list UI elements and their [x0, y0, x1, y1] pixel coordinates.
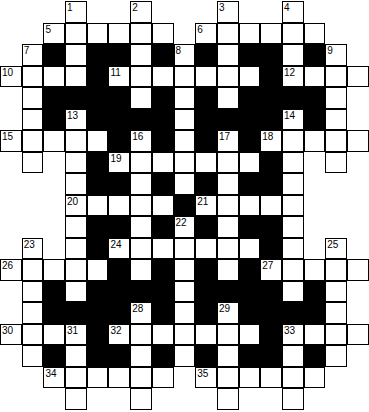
clue-number-28: 28: [132, 303, 143, 315]
black-cell-r7c4: [87, 152, 109, 174]
white-cell-r4c8[interactable]: [174, 87, 196, 109]
white-cell-r6c10[interactable]: 17: [217, 130, 239, 152]
black-cell-r4c5: [108, 87, 130, 109]
white-cell-r13c3[interactable]: [65, 281, 87, 303]
white-cell-r6c0[interactable]: 15: [0, 130, 22, 152]
white-cell-r2c6[interactable]: [130, 44, 152, 66]
white-cell-r15c8[interactable]: [174, 324, 196, 346]
clue-number-29: 29: [219, 303, 230, 315]
outside-area: [152, 1, 174, 23]
outside-area: [22, 367, 44, 389]
white-cell-r18c10[interactable]: [217, 388, 239, 410]
black-cell-r13c11: [239, 281, 261, 303]
white-cell-r17c9[interactable]: 35: [195, 367, 217, 389]
clue-number-15: 15: [2, 131, 13, 143]
clue-number-14: 14: [284, 110, 295, 122]
outside-area: [108, 1, 130, 23]
black-cell-r2c14: [304, 44, 326, 66]
white-cell-r7c15[interactable]: [325, 152, 347, 174]
white-cell-r3c9[interactable]: [195, 66, 217, 88]
outside-area: [304, 152, 326, 174]
white-cell-r3c16[interactable]: [347, 66, 369, 88]
white-cell-r10c10[interactable]: [217, 216, 239, 238]
clue-number-12: 12: [284, 67, 295, 79]
black-cell-r16c7: [152, 345, 174, 367]
white-cell-r4c1[interactable]: [22, 87, 44, 109]
white-cell-r15c7[interactable]: [152, 324, 174, 346]
white-cell-r7c11[interactable]: [239, 152, 261, 174]
white-cell-r12c10[interactable]: [217, 259, 239, 281]
white-cell-r3c6[interactable]: [130, 66, 152, 88]
white-cell-r4c6[interactable]: [130, 87, 152, 109]
black-cell-r8c5: [108, 173, 130, 195]
white-cell-r9c11[interactable]: [239, 195, 261, 217]
black-cell-r5c9: [195, 109, 217, 131]
white-cell-r12c16[interactable]: [347, 259, 369, 281]
white-cell-r11c3[interactable]: [65, 238, 87, 260]
black-cell-r8c11: [239, 173, 261, 195]
white-cell-r17c14[interactable]: [304, 367, 326, 389]
outside-area: [347, 302, 369, 324]
black-cell-r14c5: [108, 302, 130, 324]
white-cell-r15c6[interactable]: [130, 324, 152, 346]
white-cell-r9c12[interactable]: [260, 195, 282, 217]
white-cell-r16c15[interactable]: [325, 345, 347, 367]
white-cell-r17c6[interactable]: [130, 367, 152, 389]
white-cell-r12c15[interactable]: [325, 259, 347, 281]
outside-area: [43, 238, 65, 260]
clue-number-25: 25: [327, 239, 338, 251]
white-cell-r11c5[interactable]: 24: [108, 238, 130, 260]
white-cell-r16c8[interactable]: [174, 345, 196, 367]
white-cell-r3c0[interactable]: 10: [0, 66, 22, 88]
black-cell-r5c12: [260, 109, 282, 131]
black-cell-r10c12: [260, 216, 282, 238]
outside-area: [43, 388, 65, 410]
white-cell-r9c3[interactable]: 20: [65, 195, 87, 217]
outside-area: [347, 345, 369, 367]
black-cell-r12c11: [239, 259, 261, 281]
white-cell-r18c6[interactable]: [130, 388, 152, 410]
outside-area: [347, 195, 369, 217]
black-cell-r6c7: [152, 130, 174, 152]
white-cell-r2c8[interactable]: 8: [174, 44, 196, 66]
white-cell-r12c3[interactable]: [65, 259, 87, 281]
white-cell-r17c5[interactable]: [108, 367, 130, 389]
white-cell-r16c10[interactable]: [217, 345, 239, 367]
white-cell-r14c1[interactable]: [22, 302, 44, 324]
white-cell-r12c8[interactable]: [174, 259, 196, 281]
white-cell-r13c1[interactable]: [22, 281, 44, 303]
white-cell-r1c2[interactable]: 5: [43, 23, 65, 45]
clue-number-24: 24: [110, 239, 121, 251]
outside-area: [195, 388, 217, 410]
white-cell-r18c13[interactable]: [282, 388, 304, 410]
white-cell-r7c10[interactable]: [217, 152, 239, 174]
white-cell-r7c13[interactable]: [282, 152, 304, 174]
outside-area: [174, 23, 196, 45]
white-cell-r6c1[interactable]: [22, 130, 44, 152]
white-cell-r3c7[interactable]: [152, 66, 174, 88]
black-cell-r5c11: [239, 109, 261, 131]
white-cell-r15c16[interactable]: [347, 324, 369, 346]
black-cell-r6c5: [108, 130, 130, 152]
white-cell-r11c10[interactable]: [217, 238, 239, 260]
white-cell-r12c1[interactable]: [22, 259, 44, 281]
white-cell-r2c1[interactable]: 7: [22, 44, 44, 66]
white-cell-r0c13[interactable]: 4: [282, 1, 304, 23]
clue-number-23: 23: [24, 239, 35, 251]
clue-number-3: 3: [219, 2, 225, 14]
clue-number-5: 5: [45, 24, 51, 36]
white-cell-r17c2[interactable]: 34: [43, 367, 65, 389]
clue-number-17: 17: [219, 131, 230, 143]
white-cell-r10c3[interactable]: [65, 216, 87, 238]
black-cell-r4c7: [152, 87, 174, 109]
black-cell-r14c9: [195, 302, 217, 324]
white-cell-r14c10[interactable]: 29: [217, 302, 239, 324]
white-cell-r5c15[interactable]: [325, 109, 347, 131]
clue-number-10: 10: [2, 67, 13, 79]
clue-number-27: 27: [262, 260, 273, 272]
white-cell-r6c13[interactable]: [282, 130, 304, 152]
white-cell-r15c10[interactable]: [217, 324, 239, 346]
black-cell-r16c5: [108, 345, 130, 367]
black-cell-r8c4: [87, 173, 109, 195]
outside-area: [0, 87, 22, 109]
black-cell-r12c9: [195, 259, 217, 281]
outside-area: [87, 388, 109, 410]
outside-area: [325, 1, 347, 23]
black-cell-r7c12: [260, 152, 282, 174]
clue-number-32: 32: [110, 325, 121, 337]
white-cell-r15c5[interactable]: 32: [108, 324, 130, 346]
black-cell-r13c4: [87, 281, 109, 303]
white-cell-r5c8[interactable]: [174, 109, 196, 131]
outside-area: [304, 1, 326, 23]
white-cell-r1c12[interactable]: [260, 23, 282, 45]
white-cell-r8c10[interactable]: [217, 173, 239, 195]
outside-area: [0, 238, 22, 260]
outside-area: [347, 388, 369, 410]
white-cell-r5c1[interactable]: [22, 109, 44, 131]
black-cell-r14c2: [43, 302, 65, 324]
black-cell-r5c6: [130, 109, 152, 131]
white-cell-r6c14[interactable]: [304, 130, 326, 152]
white-cell-r7c8[interactable]: [174, 152, 196, 174]
white-cell-r14c6[interactable]: 28: [130, 302, 152, 324]
white-cell-r12c0[interactable]: 26: [0, 259, 22, 281]
white-cell-r13c15[interactable]: [325, 281, 347, 303]
clue-number-35: 35: [197, 368, 208, 380]
white-cell-r2c3[interactable]: [65, 44, 87, 66]
white-cell-r3c8[interactable]: [174, 66, 196, 88]
outside-area: [22, 1, 44, 23]
white-cell-r1c5[interactable]: [108, 23, 130, 45]
outside-area: [304, 388, 326, 410]
clue-number-19: 19: [110, 153, 121, 165]
black-cell-r4c11: [239, 87, 261, 109]
white-cell-r6c3[interactable]: [65, 130, 87, 152]
white-cell-r15c1[interactable]: [22, 324, 44, 346]
white-cell-r6c12[interactable]: 18: [260, 130, 282, 152]
black-cell-r3c4: [87, 66, 109, 88]
white-cell-r6c16[interactable]: [347, 130, 369, 152]
white-cell-r0c6[interactable]: 2: [130, 1, 152, 23]
black-cell-r14c4: [87, 302, 109, 324]
clue-number-21: 21: [197, 196, 208, 208]
white-cell-r9c13[interactable]: [282, 195, 304, 217]
outside-area: [0, 388, 22, 410]
black-cell-r2c11: [239, 44, 261, 66]
outside-area: [0, 1, 22, 23]
white-cell-r15c14[interactable]: [304, 324, 326, 346]
white-cell-r4c10[interactable]: [217, 87, 239, 109]
outside-area: [0, 195, 22, 217]
clue-number-9: 9: [327, 45, 333, 57]
white-cell-r17c4[interactable]: [87, 367, 109, 389]
white-cell-r12c14[interactable]: [304, 259, 326, 281]
clue-number-31: 31: [67, 325, 78, 337]
outside-area: [304, 173, 326, 195]
white-cell-r13c13[interactable]: [282, 281, 304, 303]
white-cell-r0c10[interactable]: 3: [217, 1, 239, 23]
outside-area: [87, 1, 109, 23]
black-cell-r12c7: [152, 259, 174, 281]
white-cell-r0c3[interactable]: 1: [65, 1, 87, 23]
white-cell-r5c13[interactable]: 14: [282, 109, 304, 131]
clue-number-30: 30: [2, 325, 13, 337]
white-cell-r3c3[interactable]: [65, 66, 87, 88]
outside-area: [22, 216, 44, 238]
white-cell-r9c9[interactable]: 21: [195, 195, 217, 217]
clue-number-7: 7: [24, 45, 30, 57]
outside-area: [0, 152, 22, 174]
black-cell-r6c11: [239, 130, 261, 152]
black-cell-r14c7: [152, 302, 174, 324]
black-cell-r14c3: [65, 302, 87, 324]
black-cell-r10c4: [87, 216, 109, 238]
black-cell-r5c7: [152, 109, 174, 131]
white-cell-r9c5[interactable]: [108, 195, 130, 217]
white-cell-r14c15[interactable]: [325, 302, 347, 324]
white-cell-r6c15[interactable]: [325, 130, 347, 152]
white-cell-r15c13[interactable]: 33: [282, 324, 304, 346]
white-cell-r7c6[interactable]: [130, 152, 152, 174]
white-cell-r3c10[interactable]: [217, 66, 239, 88]
white-cell-r11c6[interactable]: [130, 238, 152, 260]
white-cell-r9c6[interactable]: [130, 195, 152, 217]
white-cell-r1c14[interactable]: [304, 23, 326, 45]
white-cell-r1c11[interactable]: [239, 23, 261, 45]
white-cell-r16c13[interactable]: [282, 345, 304, 367]
white-cell-r16c3[interactable]: [65, 345, 87, 367]
white-cell-r3c14[interactable]: [304, 66, 326, 88]
white-cell-r13c8[interactable]: [174, 281, 196, 303]
white-cell-r7c7[interactable]: [152, 152, 174, 174]
white-cell-r7c3[interactable]: [65, 152, 87, 174]
outside-area: [325, 367, 347, 389]
white-cell-r2c15[interactable]: 9: [325, 44, 347, 66]
white-cell-r15c9[interactable]: [195, 324, 217, 346]
white-cell-r3c11[interactable]: [239, 66, 261, 88]
white-cell-r17c13[interactable]: [282, 367, 304, 389]
outside-area: [174, 1, 196, 23]
white-cell-r1c7[interactable]: [152, 23, 174, 45]
white-cell-r6c8[interactable]: [174, 130, 196, 152]
white-cell-r16c1[interactable]: [22, 345, 44, 367]
outside-area: [347, 1, 369, 23]
clue-number-11: 11: [110, 67, 120, 79]
outside-area: [22, 195, 44, 217]
white-cell-r11c1[interactable]: 23: [22, 238, 44, 260]
white-cell-r9c4[interactable]: [87, 195, 109, 217]
white-cell-r6c4[interactable]: [87, 130, 109, 152]
white-cell-r15c2[interactable]: [43, 324, 65, 346]
black-cell-r4c14: [304, 87, 326, 109]
white-cell-r5c3[interactable]: 13: [65, 109, 87, 131]
white-cell-r15c0[interactable]: 30: [0, 324, 22, 346]
white-cell-r3c5[interactable]: 11: [108, 66, 130, 88]
white-cell-r8c6[interactable]: [130, 173, 152, 195]
clue-number-33: 33: [284, 325, 295, 337]
white-cell-r17c12[interactable]: [260, 367, 282, 389]
white-cell-r8c8[interactable]: [174, 173, 196, 195]
outside-area: [325, 216, 347, 238]
white-cell-r11c15[interactable]: 25: [325, 238, 347, 260]
outside-area: [239, 1, 261, 23]
white-cell-r1c13[interactable]: [282, 23, 304, 45]
white-cell-r9c10[interactable]: [217, 195, 239, 217]
outside-area: [43, 1, 65, 23]
white-cell-r12c12[interactable]: 27: [260, 259, 282, 281]
white-cell-r1c10[interactable]: [217, 23, 239, 45]
outside-area: [347, 173, 369, 195]
white-cell-r17c10[interactable]: [217, 367, 239, 389]
white-cell-r15c15[interactable]: [325, 324, 347, 346]
black-cell-r10c7: [152, 216, 174, 238]
black-cell-r5c10: [217, 109, 239, 131]
clue-number-8: 8: [176, 45, 182, 57]
outside-area: [304, 195, 326, 217]
black-cell-r14c12: [260, 302, 282, 324]
white-cell-r11c9[interactable]: [195, 238, 217, 260]
white-cell-r12c4[interactable]: [87, 259, 109, 281]
outside-area: [260, 388, 282, 410]
white-cell-r10c6[interactable]: [130, 216, 152, 238]
black-cell-r13c2: [43, 281, 65, 303]
white-cell-r6c2[interactable]: [43, 130, 65, 152]
black-cell-r6c9: [195, 130, 217, 152]
outside-area: [195, 1, 217, 23]
outside-area: [325, 195, 347, 217]
black-cell-r15c4: [87, 324, 109, 346]
black-cell-r10c11: [239, 216, 261, 238]
clue-number-2: 2: [132, 2, 138, 14]
black-cell-r2c5: [108, 44, 130, 66]
black-cell-r4c12: [260, 87, 282, 109]
white-cell-r15c11[interactable]: [239, 324, 261, 346]
outside-area: [0, 345, 22, 367]
outside-area: [260, 1, 282, 23]
white-cell-r15c3[interactable]: 31: [65, 324, 87, 346]
outside-area: [43, 195, 65, 217]
white-cell-r18c3[interactable]: [65, 388, 87, 410]
outside-area: [347, 109, 369, 131]
white-cell-r1c3[interactable]: [65, 23, 87, 45]
white-cell-r11c11[interactable]: [239, 238, 261, 260]
crossword-grid: 1234567891011121314151617181920212223242…: [0, 1, 369, 410]
clue-number-13: 13: [67, 110, 78, 122]
white-cell-r7c9[interactable]: [195, 152, 217, 174]
white-cell-r10c8[interactable]: 22: [174, 216, 196, 238]
outside-area: [347, 23, 369, 45]
outside-area: [22, 388, 44, 410]
white-cell-r17c3[interactable]: [65, 367, 87, 389]
white-cell-r3c15[interactable]: [325, 66, 347, 88]
outside-area: [304, 216, 326, 238]
white-cell-r8c13[interactable]: [282, 173, 304, 195]
white-cell-r1c6[interactable]: [130, 23, 152, 45]
white-cell-r9c7[interactable]: [152, 195, 174, 217]
white-cell-r17c11[interactable]: [239, 367, 261, 389]
outside-area: [43, 152, 65, 174]
white-cell-r3c1[interactable]: [22, 66, 44, 88]
white-cell-r8c3[interactable]: [65, 173, 87, 195]
black-cell-r13c14: [304, 281, 326, 303]
outside-area: [0, 44, 22, 66]
black-cell-r2c12: [260, 44, 282, 66]
white-cell-r3c13[interactable]: 12: [282, 66, 304, 88]
white-cell-r16c6[interactable]: [130, 345, 152, 367]
white-cell-r6c6[interactable]: 16: [130, 130, 152, 152]
black-cell-r10c9: [195, 216, 217, 238]
black-cell-r2c7: [152, 44, 174, 66]
white-cell-r1c9[interactable]: 6: [195, 23, 217, 45]
white-cell-r11c13[interactable]: [282, 238, 304, 260]
white-cell-r10c13[interactable]: [282, 216, 304, 238]
white-cell-r2c10[interactable]: [217, 44, 239, 66]
white-cell-r3c2[interactable]: [43, 66, 65, 88]
white-cell-r12c6[interactable]: [130, 259, 152, 281]
white-cell-r12c13[interactable]: [282, 259, 304, 281]
white-cell-r14c8[interactable]: [174, 302, 196, 324]
white-cell-r2c13[interactable]: [282, 44, 304, 66]
black-cell-r5c14: [304, 109, 326, 131]
black-cell-r4c2: [43, 87, 65, 109]
white-cell-r12c2[interactable]: [43, 259, 65, 281]
white-cell-r7c1[interactable]: [22, 152, 44, 174]
black-cell-r4c13: [282, 87, 304, 109]
white-cell-r7c5[interactable]: 19: [108, 152, 130, 174]
outside-area: [239, 388, 261, 410]
white-cell-r1c4[interactable]: [87, 23, 109, 45]
outside-area: [347, 152, 369, 174]
white-cell-r17c7[interactable]: [152, 367, 174, 389]
clue-number-34: 34: [45, 368, 56, 380]
outside-area: [347, 281, 369, 303]
black-cell-r8c7: [152, 173, 174, 195]
white-cell-r11c8[interactable]: [174, 238, 196, 260]
outside-area: [0, 109, 22, 131]
black-cell-r13c5: [108, 281, 130, 303]
outside-area: [347, 87, 369, 109]
outside-area: [325, 173, 347, 195]
clue-number-26: 26: [2, 260, 13, 272]
white-cell-r11c7[interactable]: [152, 238, 174, 260]
white-cell-r4c15[interactable]: [325, 87, 347, 109]
black-cell-r5c4: [87, 109, 109, 131]
